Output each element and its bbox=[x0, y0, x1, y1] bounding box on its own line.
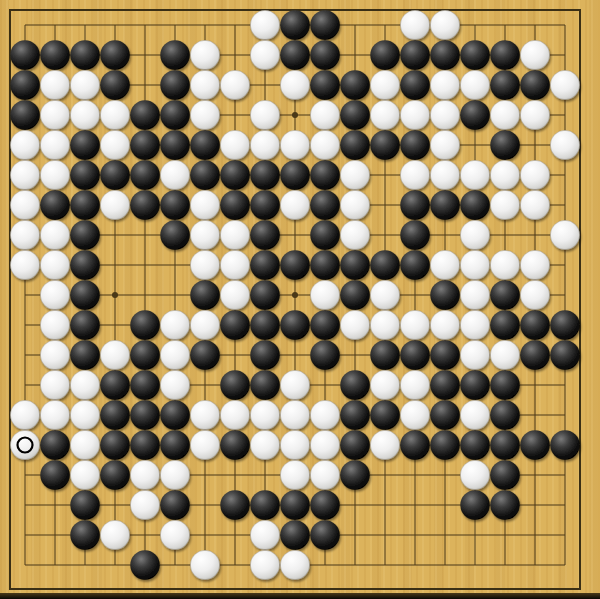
white-stone bbox=[490, 250, 519, 279]
black-stone bbox=[490, 130, 519, 159]
black-stone bbox=[400, 190, 429, 219]
black-stone bbox=[340, 70, 369, 99]
white-stone bbox=[280, 190, 309, 219]
black-stone bbox=[340, 130, 369, 159]
black-stone bbox=[130, 160, 159, 189]
white-stone bbox=[430, 70, 459, 99]
black-stone bbox=[370, 40, 399, 69]
black-stone bbox=[490, 310, 519, 339]
black-stone bbox=[160, 220, 189, 249]
white-stone bbox=[70, 370, 99, 399]
white-stone bbox=[220, 400, 249, 429]
black-stone bbox=[340, 400, 369, 429]
black-stone bbox=[190, 280, 219, 309]
white-stone bbox=[520, 280, 549, 309]
black-stone bbox=[220, 370, 249, 399]
black-stone bbox=[430, 400, 459, 429]
black-stone bbox=[70, 250, 99, 279]
black-stone bbox=[100, 430, 129, 459]
black-stone bbox=[460, 370, 489, 399]
black-stone bbox=[310, 10, 339, 39]
white-stone bbox=[100, 130, 129, 159]
white-stone bbox=[10, 400, 39, 429]
white-stone bbox=[490, 160, 519, 189]
black-stone bbox=[280, 310, 309, 339]
black-stone bbox=[280, 40, 309, 69]
black-stone bbox=[10, 40, 39, 69]
white-stone bbox=[310, 430, 339, 459]
white-stone bbox=[340, 220, 369, 249]
black-stone bbox=[70, 310, 99, 339]
black-stone bbox=[340, 460, 369, 489]
white-stone bbox=[370, 100, 399, 129]
black-stone bbox=[220, 430, 249, 459]
black-stone bbox=[460, 430, 489, 459]
black-stone bbox=[70, 520, 99, 549]
black-stone bbox=[310, 40, 339, 69]
black-stone bbox=[190, 130, 219, 159]
white-stone bbox=[40, 160, 69, 189]
white-stone bbox=[190, 430, 219, 459]
black-stone bbox=[70, 490, 99, 519]
white-stone bbox=[280, 370, 309, 399]
white-stone bbox=[40, 220, 69, 249]
black-stone bbox=[70, 130, 99, 159]
black-stone bbox=[430, 370, 459, 399]
black-stone bbox=[400, 340, 429, 369]
white-stone bbox=[10, 430, 39, 459]
white-stone bbox=[190, 220, 219, 249]
black-stone bbox=[430, 340, 459, 369]
black-stone bbox=[250, 310, 279, 339]
white-stone bbox=[460, 280, 489, 309]
white-stone bbox=[520, 100, 549, 129]
white-stone bbox=[160, 520, 189, 549]
white-stone bbox=[40, 100, 69, 129]
white-stone bbox=[400, 100, 429, 129]
white-stone bbox=[460, 160, 489, 189]
black-stone bbox=[280, 250, 309, 279]
black-stone bbox=[490, 70, 519, 99]
black-stone bbox=[160, 100, 189, 129]
white-stone bbox=[520, 190, 549, 219]
white-stone bbox=[250, 430, 279, 459]
black-stone bbox=[40, 460, 69, 489]
black-stone bbox=[310, 250, 339, 279]
black-stone bbox=[220, 490, 249, 519]
white-stone bbox=[160, 460, 189, 489]
white-stone bbox=[460, 460, 489, 489]
black-stone bbox=[430, 40, 459, 69]
black-stone bbox=[340, 100, 369, 129]
white-stone bbox=[340, 190, 369, 219]
black-stone bbox=[160, 430, 189, 459]
white-stone bbox=[250, 550, 279, 579]
white-stone bbox=[370, 430, 399, 459]
white-stone bbox=[520, 40, 549, 69]
black-stone bbox=[160, 190, 189, 219]
white-stone bbox=[520, 160, 549, 189]
white-stone bbox=[550, 70, 579, 99]
white-stone bbox=[550, 130, 579, 159]
white-stone bbox=[550, 220, 579, 249]
white-stone bbox=[220, 70, 249, 99]
white-stone bbox=[460, 340, 489, 369]
white-stone bbox=[130, 460, 159, 489]
white-stone bbox=[340, 160, 369, 189]
black-stone bbox=[370, 400, 399, 429]
white-stone bbox=[40, 250, 69, 279]
black-stone bbox=[40, 40, 69, 69]
black-stone bbox=[310, 520, 339, 549]
go-board-screenshot bbox=[0, 0, 600, 599]
black-stone bbox=[250, 190, 279, 219]
white-stone bbox=[430, 100, 459, 129]
white-stone bbox=[40, 280, 69, 309]
white-stone bbox=[220, 250, 249, 279]
black-stone bbox=[490, 40, 519, 69]
white-stone bbox=[400, 10, 429, 39]
white-stone bbox=[160, 310, 189, 339]
black-stone bbox=[520, 70, 549, 99]
white-stone bbox=[220, 280, 249, 309]
white-stone bbox=[250, 100, 279, 129]
black-stone bbox=[430, 190, 459, 219]
white-stone bbox=[10, 250, 39, 279]
black-stone bbox=[340, 370, 369, 399]
white-stone bbox=[490, 190, 519, 219]
black-stone bbox=[400, 430, 429, 459]
black-stone bbox=[460, 40, 489, 69]
black-stone bbox=[340, 250, 369, 279]
white-stone bbox=[460, 220, 489, 249]
white-stone bbox=[400, 370, 429, 399]
black-stone bbox=[10, 100, 39, 129]
black-stone bbox=[280, 160, 309, 189]
white-stone bbox=[250, 10, 279, 39]
black-stone bbox=[310, 340, 339, 369]
black-stone bbox=[340, 430, 369, 459]
white-stone bbox=[430, 310, 459, 339]
white-stone bbox=[400, 400, 429, 429]
white-stone bbox=[280, 460, 309, 489]
white-stone bbox=[190, 190, 219, 219]
black-stone bbox=[100, 460, 129, 489]
white-stone bbox=[10, 220, 39, 249]
black-stone bbox=[160, 400, 189, 429]
black-stone bbox=[250, 280, 279, 309]
white-stone bbox=[40, 400, 69, 429]
white-stone bbox=[280, 400, 309, 429]
white-stone bbox=[160, 340, 189, 369]
white-stone bbox=[40, 370, 69, 399]
black-stone bbox=[70, 190, 99, 219]
black-stone bbox=[40, 430, 69, 459]
black-stone bbox=[520, 310, 549, 339]
white-stone bbox=[40, 310, 69, 339]
black-stone bbox=[400, 40, 429, 69]
white-stone bbox=[310, 130, 339, 159]
white-stone bbox=[430, 160, 459, 189]
black-stone bbox=[250, 220, 279, 249]
black-stone bbox=[130, 310, 159, 339]
star-point bbox=[112, 292, 118, 298]
white-stone bbox=[220, 130, 249, 159]
white-stone bbox=[10, 130, 39, 159]
white-stone bbox=[250, 40, 279, 69]
black-stone bbox=[160, 490, 189, 519]
white-stone bbox=[10, 160, 39, 189]
black-stone bbox=[160, 130, 189, 159]
black-stone bbox=[310, 160, 339, 189]
white-stone bbox=[310, 460, 339, 489]
white-stone bbox=[160, 370, 189, 399]
black-stone bbox=[400, 70, 429, 99]
black-stone bbox=[310, 220, 339, 249]
black-stone bbox=[130, 340, 159, 369]
black-stone bbox=[280, 490, 309, 519]
black-stone bbox=[130, 130, 159, 159]
white-stone bbox=[430, 10, 459, 39]
white-stone bbox=[430, 250, 459, 279]
white-stone bbox=[10, 190, 39, 219]
white-stone bbox=[310, 280, 339, 309]
black-stone bbox=[490, 460, 519, 489]
white-stone bbox=[190, 250, 219, 279]
black-stone bbox=[280, 520, 309, 549]
star-point bbox=[292, 112, 298, 118]
white-stone bbox=[460, 70, 489, 99]
white-stone bbox=[400, 160, 429, 189]
black-stone bbox=[520, 430, 549, 459]
white-stone bbox=[310, 100, 339, 129]
white-stone bbox=[220, 220, 249, 249]
black-stone bbox=[400, 250, 429, 279]
black-stone bbox=[130, 550, 159, 579]
black-stone bbox=[220, 310, 249, 339]
black-stone bbox=[70, 40, 99, 69]
black-stone bbox=[520, 340, 549, 369]
black-stone bbox=[100, 40, 129, 69]
black-stone bbox=[250, 160, 279, 189]
black-stone bbox=[130, 100, 159, 129]
black-stone bbox=[250, 490, 279, 519]
white-stone bbox=[190, 40, 219, 69]
white-stone bbox=[280, 430, 309, 459]
black-stone bbox=[100, 160, 129, 189]
black-stone bbox=[130, 430, 159, 459]
black-stone bbox=[130, 190, 159, 219]
black-stone bbox=[250, 340, 279, 369]
black-stone bbox=[70, 160, 99, 189]
white-stone bbox=[190, 400, 219, 429]
white-stone bbox=[370, 280, 399, 309]
white-stone bbox=[280, 70, 309, 99]
black-stone bbox=[220, 190, 249, 219]
white-stone bbox=[190, 70, 219, 99]
black-stone bbox=[490, 490, 519, 519]
white-stone bbox=[490, 340, 519, 369]
black-stone bbox=[490, 400, 519, 429]
black-stone bbox=[370, 340, 399, 369]
black-stone bbox=[370, 250, 399, 279]
white-stone bbox=[520, 250, 549, 279]
white-stone bbox=[100, 520, 129, 549]
white-stone bbox=[70, 430, 99, 459]
white-stone bbox=[70, 400, 99, 429]
go-board[interactable] bbox=[0, 0, 600, 599]
black-stone bbox=[10, 70, 39, 99]
white-stone bbox=[460, 400, 489, 429]
white-stone bbox=[370, 70, 399, 99]
black-stone bbox=[490, 370, 519, 399]
black-stone bbox=[550, 340, 579, 369]
white-stone bbox=[40, 130, 69, 159]
white-stone bbox=[490, 100, 519, 129]
white-stone bbox=[160, 160, 189, 189]
black-stone bbox=[220, 160, 249, 189]
black-stone bbox=[190, 160, 219, 189]
white-stone bbox=[280, 550, 309, 579]
black-stone bbox=[550, 430, 579, 459]
black-stone bbox=[340, 280, 369, 309]
white-stone bbox=[460, 250, 489, 279]
white-stone bbox=[250, 130, 279, 159]
black-stone bbox=[430, 430, 459, 459]
white-stone bbox=[190, 100, 219, 129]
black-stone bbox=[490, 430, 519, 459]
black-stone bbox=[460, 100, 489, 129]
black-stone bbox=[190, 340, 219, 369]
black-stone bbox=[490, 280, 519, 309]
black-stone bbox=[370, 130, 399, 159]
black-stone bbox=[280, 10, 309, 39]
black-stone bbox=[160, 40, 189, 69]
black-stone bbox=[100, 70, 129, 99]
white-stone bbox=[400, 310, 429, 339]
white-stone bbox=[190, 550, 219, 579]
white-stone bbox=[280, 130, 309, 159]
white-stone bbox=[70, 100, 99, 129]
black-stone bbox=[160, 70, 189, 99]
black-stone bbox=[70, 340, 99, 369]
white-stone bbox=[370, 370, 399, 399]
black-stone bbox=[100, 400, 129, 429]
white-stone bbox=[460, 310, 489, 339]
white-stone bbox=[340, 310, 369, 339]
white-stone bbox=[250, 400, 279, 429]
black-stone bbox=[130, 400, 159, 429]
black-stone bbox=[40, 190, 69, 219]
white-stone bbox=[70, 70, 99, 99]
white-stone bbox=[100, 190, 129, 219]
black-stone bbox=[100, 370, 129, 399]
black-stone bbox=[310, 70, 339, 99]
black-stone bbox=[130, 370, 159, 399]
black-stone bbox=[310, 190, 339, 219]
black-stone bbox=[70, 220, 99, 249]
black-stone bbox=[400, 130, 429, 159]
white-stone bbox=[190, 310, 219, 339]
black-stone bbox=[430, 280, 459, 309]
black-stone bbox=[310, 490, 339, 519]
black-stone bbox=[460, 490, 489, 519]
black-stone bbox=[550, 310, 579, 339]
white-stone bbox=[130, 490, 159, 519]
white-stone bbox=[250, 520, 279, 549]
white-stone bbox=[430, 130, 459, 159]
white-stone bbox=[40, 340, 69, 369]
white-stone bbox=[40, 70, 69, 99]
black-stone bbox=[310, 310, 339, 339]
star-point bbox=[292, 292, 298, 298]
black-stone bbox=[460, 190, 489, 219]
black-stone bbox=[70, 280, 99, 309]
black-stone bbox=[250, 250, 279, 279]
white-stone bbox=[370, 310, 399, 339]
white-stone bbox=[100, 100, 129, 129]
white-stone bbox=[310, 400, 339, 429]
black-stone bbox=[400, 220, 429, 249]
white-stone bbox=[70, 460, 99, 489]
black-stone bbox=[250, 370, 279, 399]
white-stone bbox=[100, 340, 129, 369]
